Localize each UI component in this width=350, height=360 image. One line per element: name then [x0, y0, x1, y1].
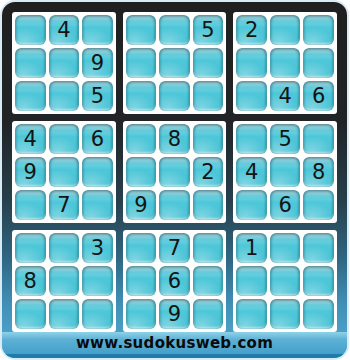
cell-r2c4[interactable]: [126, 48, 157, 78]
cell-r5c4[interactable]: [126, 157, 157, 187]
cell-r7c6[interactable]: [193, 233, 224, 263]
cell-r9c3[interactable]: [82, 299, 113, 329]
cell-r9c1[interactable]: [15, 299, 46, 329]
cell-r1c2[interactable]: 4: [49, 15, 80, 45]
cell-r3c1[interactable]: [15, 81, 46, 111]
cell-r7c9[interactable]: [303, 233, 334, 263]
cell-r9c6[interactable]: [193, 299, 224, 329]
cell-r1c7[interactable]: 2: [236, 15, 267, 45]
cell-r1c6[interactable]: 5: [193, 15, 224, 45]
cell-r6c1[interactable]: [15, 190, 46, 220]
cell-r7c3[interactable]: 3: [82, 233, 113, 263]
cell-r7c4[interactable]: [126, 233, 157, 263]
cell-r3c7[interactable]: [236, 81, 267, 111]
cell-r4c3[interactable]: 6: [82, 124, 113, 154]
cell-r2c8[interactable]: [270, 48, 301, 78]
cell-r4c9[interactable]: [303, 124, 334, 154]
cell-r8c1[interactable]: 8: [15, 266, 46, 296]
cell-r7c5[interactable]: 7: [159, 233, 190, 263]
cell-r9c9[interactable]: [303, 299, 334, 329]
cell-r8c3[interactable]: [82, 266, 113, 296]
cell-r1c4[interactable]: [126, 15, 157, 45]
cell-r5c9[interactable]: 8: [303, 157, 334, 187]
cell-r2c1[interactable]: [15, 48, 46, 78]
cell-r5c1[interactable]: 9: [15, 157, 46, 187]
box-7: 38: [12, 230, 116, 332]
page: 495524646978295486387691 www.sudokusweb.…: [0, 0, 350, 360]
cell-r9c8[interactable]: [270, 299, 301, 329]
cell-r1c9[interactable]: [303, 15, 334, 45]
cell-r4c2[interactable]: [49, 124, 80, 154]
cell-r7c8[interactable]: [270, 233, 301, 263]
cell-r8c7[interactable]: [236, 266, 267, 296]
cell-r3c9[interactable]: 6: [303, 81, 334, 111]
box-6: 5486: [233, 121, 337, 223]
cell-r1c5[interactable]: [159, 15, 190, 45]
cell-r5c6[interactable]: 2: [193, 157, 224, 187]
cell-r8c2[interactable]: [49, 266, 80, 296]
cell-r6c3[interactable]: [82, 190, 113, 220]
cell-r3c3[interactable]: 5: [82, 81, 113, 111]
cell-r6c4[interactable]: 9: [126, 190, 157, 220]
cell-r1c8[interactable]: [270, 15, 301, 45]
cell-r6c9[interactable]: [303, 190, 334, 220]
cell-r6c2[interactable]: 7: [49, 190, 80, 220]
cell-r3c8[interactable]: 4: [270, 81, 301, 111]
cell-r5c5[interactable]: [159, 157, 190, 187]
box-8: 769: [123, 230, 227, 332]
cell-r4c4[interactable]: [126, 124, 157, 154]
cell-r1c1[interactable]: [15, 15, 46, 45]
box-2: 5: [123, 12, 227, 114]
sudoku-grid: 495524646978295486387691: [2, 2, 347, 332]
cell-r5c7[interactable]: 4: [236, 157, 267, 187]
cell-r4c1[interactable]: 4: [15, 124, 46, 154]
cell-r3c2[interactable]: [49, 81, 80, 111]
cell-r5c2[interactable]: [49, 157, 80, 187]
cell-r2c5[interactable]: [159, 48, 190, 78]
sudoku-board: 495524646978295486387691 www.sudokusweb.…: [2, 2, 347, 358]
cell-r4c6[interactable]: [193, 124, 224, 154]
cell-r5c8[interactable]: [270, 157, 301, 187]
cell-r8c4[interactable]: [126, 266, 157, 296]
cell-r9c2[interactable]: [49, 299, 80, 329]
box-5: 829: [123, 121, 227, 223]
cell-r8c5[interactable]: 6: [159, 266, 190, 296]
cell-r2c3[interactable]: 9: [82, 48, 113, 78]
cell-r2c6[interactable]: [193, 48, 224, 78]
cell-r3c5[interactable]: [159, 81, 190, 111]
cell-r6c7[interactable]: [236, 190, 267, 220]
box-9: 1: [233, 230, 337, 332]
footer-bar: www.sudokusweb.com: [2, 332, 347, 358]
cell-r9c7[interactable]: [236, 299, 267, 329]
cell-r6c6[interactable]: [193, 190, 224, 220]
cell-r4c5[interactable]: 8: [159, 124, 190, 154]
box-3: 246: [233, 12, 337, 114]
cell-r2c9[interactable]: [303, 48, 334, 78]
cell-r9c5[interactable]: 9: [159, 299, 190, 329]
site-url: www.sudokusweb.com: [76, 334, 273, 352]
cell-r7c2[interactable]: [49, 233, 80, 263]
cell-r8c9[interactable]: [303, 266, 334, 296]
cell-r3c4[interactable]: [126, 81, 157, 111]
cell-r2c7[interactable]: [236, 48, 267, 78]
cell-r7c1[interactable]: [15, 233, 46, 263]
cell-r8c6[interactable]: [193, 266, 224, 296]
cell-r7c7[interactable]: 1: [236, 233, 267, 263]
cell-r8c8[interactable]: [270, 266, 301, 296]
cell-r1c3[interactable]: [82, 15, 113, 45]
cell-r9c4[interactable]: [126, 299, 157, 329]
cell-r6c8[interactable]: 6: [270, 190, 301, 220]
box-1: 495: [12, 12, 116, 114]
cell-r5c3[interactable]: [82, 157, 113, 187]
box-4: 4697: [12, 121, 116, 223]
cell-r4c7[interactable]: [236, 124, 267, 154]
cell-r4c8[interactable]: 5: [270, 124, 301, 154]
cell-r6c5[interactable]: [159, 190, 190, 220]
cell-r2c2[interactable]: [49, 48, 80, 78]
cell-r3c6[interactable]: [193, 81, 224, 111]
